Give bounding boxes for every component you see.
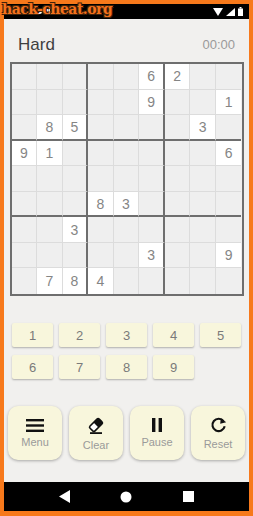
status-bar: 6:53	[4, 4, 249, 19]
cell-r2c4[interactable]	[88, 90, 114, 116]
cell-r1c9[interactable]	[216, 64, 242, 90]
num-key-9[interactable]: 9	[153, 355, 194, 379]
cell-r7c2[interactable]	[37, 217, 63, 243]
cell-r8c4[interactable]	[88, 243, 114, 269]
cell-r8c2[interactable]	[37, 243, 63, 269]
cell-r4c3[interactable]	[63, 141, 89, 167]
cell-r3c5[interactable]	[114, 115, 140, 141]
cell-r3c9[interactable]	[216, 115, 242, 141]
cell-r2c8[interactable]	[190, 90, 216, 116]
back-button[interactable]	[59, 490, 70, 503]
cell-r5c6[interactable]	[139, 166, 165, 192]
cell-r1c7[interactable]: 2	[165, 64, 191, 90]
cell-r5c4[interactable]	[88, 166, 114, 192]
cell-r1c6[interactable]: 6	[139, 64, 165, 90]
cell-r6c5[interactable]: 3	[114, 192, 140, 218]
cell-r2c7[interactable]	[165, 90, 191, 116]
recents-button[interactable]	[183, 491, 194, 502]
battery-icon	[238, 7, 243, 16]
cell-r5c5[interactable]	[114, 166, 140, 192]
cell-r7c5[interactable]	[114, 217, 140, 243]
cell-r8c7[interactable]	[165, 243, 191, 269]
cell-r2c3[interactable]	[63, 90, 89, 116]
cell-r7c3[interactable]: 3	[63, 217, 89, 243]
cell-r6c7[interactable]	[165, 192, 191, 218]
cell-r7c9[interactable]	[216, 217, 242, 243]
cell-r7c6[interactable]	[139, 217, 165, 243]
cell-r3c6[interactable]	[139, 115, 165, 141]
eraser-icon	[86, 416, 106, 435]
wifi-icon	[213, 8, 223, 16]
home-button[interactable]	[120, 491, 132, 503]
cell-r9c3[interactable]: 8	[63, 268, 89, 294]
cell-r6c8[interactable]	[190, 192, 216, 218]
difficulty-title: Hard	[18, 35, 55, 55]
num-key-1[interactable]: 1	[12, 323, 53, 347]
cell-r3c4[interactable]	[88, 115, 114, 141]
cell-r9c4[interactable]: 4	[88, 268, 114, 294]
cell-r8c5[interactable]	[114, 243, 140, 269]
cell-r3c8[interactable]: 3	[190, 115, 216, 141]
cell-r4c5[interactable]	[114, 141, 140, 167]
cell-r3c7[interactable]	[165, 115, 191, 141]
cell-r7c4[interactable]	[88, 217, 114, 243]
num-key-3[interactable]: 3	[106, 323, 147, 347]
cell-r1c5[interactable]	[114, 64, 140, 90]
cell-r4c1[interactable]: 9	[12, 141, 38, 167]
pause-button[interactable]: Pause	[130, 406, 184, 460]
pause-icon	[151, 418, 163, 432]
menu-button[interactable]: Menu	[8, 406, 62, 460]
action-bar: Menu Clear Pause	[4, 406, 249, 460]
cell-r7c1[interactable]	[12, 217, 38, 243]
number-pad: 123456789	[4, 323, 249, 387]
cell-r9c2[interactable]: 7	[37, 268, 63, 294]
cell-r9c5[interactable]	[114, 268, 140, 294]
pause-label: Pause	[141, 436, 172, 448]
cell-r9c7[interactable]	[165, 268, 191, 294]
number-pad-row: 12345	[4, 323, 249, 347]
cell-r2c2[interactable]	[37, 90, 63, 116]
cell-r9c9[interactable]	[216, 268, 242, 294]
cell-r1c1[interactable]	[12, 64, 38, 90]
cell-r2c5[interactable]	[114, 90, 140, 116]
cell-r6c1[interactable]	[12, 192, 38, 218]
cell-r5c9[interactable]	[216, 166, 242, 192]
device-frame: hack-cheat.org 6:53 Hard	[0, 0, 253, 516]
app-screen: 6:53 Hard 00:00 6291853916833397	[4, 4, 249, 511]
number-pad-row: 6789	[4, 355, 249, 379]
cell-r9c1[interactable]	[12, 268, 38, 294]
num-key-7[interactable]: 7	[59, 355, 100, 379]
cell-r7c8[interactable]	[190, 217, 216, 243]
cell-r4c8[interactable]	[190, 141, 216, 167]
num-key-6[interactable]: 6	[12, 355, 53, 379]
cell-r4c6[interactable]	[139, 141, 165, 167]
cell-r8c6[interactable]: 3	[139, 243, 165, 269]
cell-r4c7[interactable]	[165, 141, 191, 167]
cell-r6c4[interactable]: 8	[88, 192, 114, 218]
num-key-5[interactable]: 5	[200, 323, 241, 347]
reset-button[interactable]: Reset	[191, 406, 245, 460]
notification-icon	[45, 9, 50, 14]
cell-r1c8[interactable]	[190, 64, 216, 90]
clear-button[interactable]: Clear	[69, 406, 123, 460]
cell-r2c1[interactable]	[12, 90, 38, 116]
cell-r6c3[interactable]	[63, 192, 89, 218]
cell-r3c3[interactable]: 5	[63, 115, 89, 141]
cell-r6c6[interactable]	[139, 192, 165, 218]
num-key-2[interactable]: 2	[59, 323, 100, 347]
cell-r7c7[interactable]	[165, 217, 191, 243]
clear-label: Clear	[83, 439, 109, 451]
cell-r3c1[interactable]	[12, 115, 38, 141]
num-key-8[interactable]: 8	[106, 355, 147, 379]
menu-icon	[26, 419, 44, 432]
notification-icon	[29, 9, 34, 14]
status-left: 6:53	[10, 7, 50, 16]
cell-r5c3[interactable]	[63, 166, 89, 192]
cell-r4c9[interactable]: 6	[216, 141, 242, 167]
notification-icon	[37, 9, 42, 14]
app-bar: Hard 00:00	[4, 19, 249, 62]
cell-r4c4[interactable]	[88, 141, 114, 167]
cell-r6c9[interactable]	[216, 192, 242, 218]
reset-icon	[210, 417, 227, 434]
cell-r9c8[interactable]	[190, 268, 216, 294]
android-nav-bar	[4, 482, 249, 511]
signal-icon	[226, 8, 235, 16]
cell-r5c7[interactable]	[165, 166, 191, 192]
game-timer: 00:00	[202, 37, 235, 52]
clock: 6:53	[10, 7, 26, 16]
cell-r2c6[interactable]: 9	[139, 90, 165, 116]
num-key-4[interactable]: 4	[153, 323, 194, 347]
cell-r8c3[interactable]	[63, 243, 89, 269]
cell-r6c2[interactable]	[37, 192, 63, 218]
cell-r5c2[interactable]	[37, 166, 63, 192]
cell-r1c3[interactable]	[63, 64, 89, 90]
sudoku-board: 629185391683339784	[10, 62, 244, 296]
cell-r1c4[interactable]	[88, 64, 114, 90]
status-right	[213, 7, 243, 16]
cell-r9c6[interactable]	[139, 268, 165, 294]
cell-r3c2[interactable]: 8	[37, 115, 63, 141]
menu-label: Menu	[21, 436, 49, 448]
reset-label: Reset	[204, 438, 233, 450]
cell-r4c2[interactable]: 1	[37, 141, 63, 167]
cell-r8c9[interactable]: 9	[216, 243, 242, 269]
cell-r5c1[interactable]	[12, 166, 38, 192]
cell-r1c2[interactable]	[37, 64, 63, 90]
cell-r8c1[interactable]	[12, 243, 38, 269]
cell-r8c8[interactable]	[190, 243, 216, 269]
cell-r2c9[interactable]: 1	[216, 90, 242, 116]
cell-r5c8[interactable]	[190, 166, 216, 192]
